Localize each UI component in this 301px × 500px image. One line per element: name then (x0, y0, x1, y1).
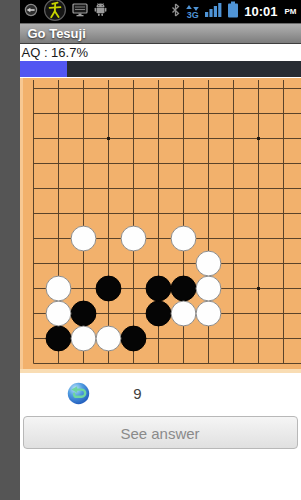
progress-bar (20, 61, 301, 77)
stone-white-G6 (171, 226, 196, 251)
stone-white-C2 (71, 326, 96, 351)
see-answer-button[interactable]: See answer (23, 416, 298, 449)
circle-arrow-icon (24, 3, 38, 21)
android-robot-icon (93, 2, 108, 21)
stone-black-E2 (121, 326, 146, 351)
stone-white-D2 (96, 326, 121, 351)
app-title: Go Tesuji (20, 24, 301, 43)
data-3g-label: 3G (185, 11, 200, 19)
stone-black-C3 (71, 301, 96, 326)
stone-black-D4 (96, 276, 121, 301)
stone-white-C6 (71, 226, 96, 251)
go-board-svg (20, 78, 301, 370)
progress-fill (20, 61, 67, 77)
status-bar-right-icons: 3G 10:01PM (171, 1, 300, 22)
title-bar: Go Tesuji (20, 24, 301, 44)
board-bottom-edge (20, 369, 301, 373)
data-3g-icon: 3G (185, 5, 200, 19)
aq-row: AQ : 16.7% (20, 44, 301, 61)
accessibility-figure-icon (43, 0, 67, 26)
battery-icon (227, 1, 239, 22)
stone-white-B4 (46, 276, 71, 301)
stone-black-F3 (146, 301, 171, 326)
stone-white-H4 (196, 276, 221, 301)
app-screen: 3G 10:01PM Go Tesuji AQ (20, 0, 301, 500)
signal-strength-icon (205, 2, 222, 21)
stone-white-G3 (171, 301, 196, 326)
go-board[interactable] (20, 78, 301, 373)
stone-white-H5 (196, 251, 221, 276)
stone-black-B2 (46, 326, 71, 351)
undo-button[interactable] (67, 382, 90, 405)
aq-label: AQ : 16.7% (20, 44, 301, 61)
move-counter: 9 (123, 385, 153, 402)
clock-time: 10:01 (244, 4, 277, 19)
stone-white-B3 (46, 301, 71, 326)
status-bar-left-icons (20, 0, 172, 26)
clock-ampm: PM (285, 7, 297, 16)
stone-white-H3 (196, 301, 221, 326)
stone-black-G4 (171, 276, 196, 301)
bluetooth-icon (171, 3, 180, 21)
display-icon (72, 3, 88, 21)
stone-black-F4 (146, 276, 171, 301)
status-bar: 3G 10:01PM (20, 0, 301, 24)
stone-white-E6 (121, 226, 146, 251)
